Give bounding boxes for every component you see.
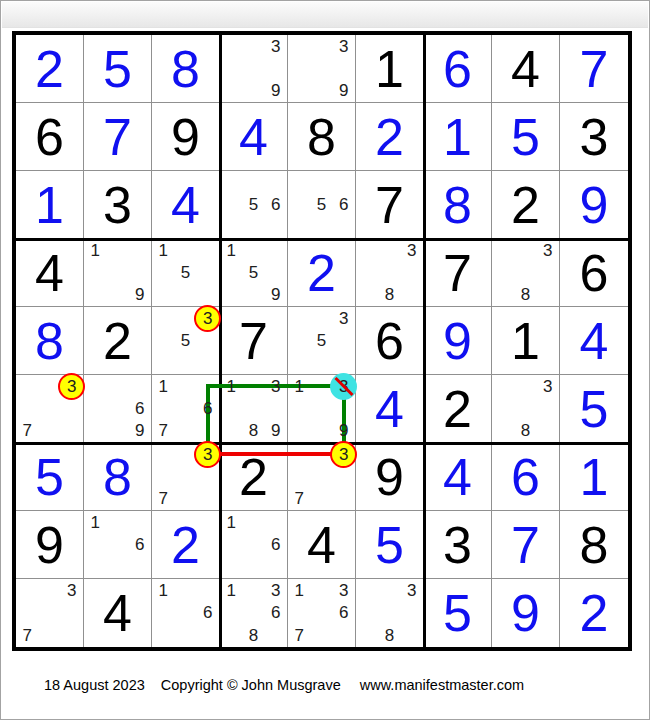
box-divider-vertical-1 (219, 35, 222, 647)
cell-r8c5[interactable]: 4 (288, 511, 356, 579)
cell-r8c1[interactable]: 9 (16, 511, 84, 579)
candidate-9: 9 (339, 422, 348, 439)
given-digit-4: 4 (84, 579, 151, 647)
given-digit-6: 6 (356, 307, 423, 374)
candidate-5: 5 (181, 264, 190, 281)
cell-r5c9[interactable]: 4 (560, 307, 628, 375)
cell-r3c6[interactable]: 7 (356, 171, 424, 239)
cell-r9c6[interactable]: 38 (356, 579, 424, 647)
solved-digit-8: 8 (152, 35, 219, 102)
candidate-9: 9 (339, 82, 348, 99)
cell-r5c8[interactable]: 1 (492, 307, 560, 375)
solved-digit-8: 8 (424, 171, 491, 238)
cell-r1c7[interactable]: 6 (424, 35, 492, 103)
cell-r3c4[interactable]: 56 (220, 171, 288, 239)
solved-digit-5: 5 (492, 103, 559, 170)
cell-r4c3[interactable]: 15 (152, 239, 220, 307)
footer-date: 18 August 2023 (44, 677, 145, 693)
cell-r6c8[interactable]: 38 (492, 375, 560, 443)
candidate-9: 9 (271, 286, 280, 303)
solved-digit-9: 9 (492, 579, 559, 647)
candidate-8: 8 (521, 286, 530, 303)
cell-r2c1[interactable]: 6 (16, 103, 84, 171)
cell-r9c1[interactable]: 37 (16, 579, 84, 647)
candidate-3: 3 (271, 378, 280, 395)
sudoku-board-inner: 2583939164767948215313456567829419151592… (16, 35, 628, 647)
given-digit-2: 2 (492, 171, 559, 238)
given-digit-6: 6 (560, 239, 628, 306)
candidate-6: 6 (135, 536, 144, 553)
cell-r1c4[interactable]: 39 (220, 35, 288, 103)
candidate-6: 6 (203, 400, 212, 417)
cell-r9c2[interactable]: 4 (84, 579, 152, 647)
cell-r4c6[interactable]: 38 (356, 239, 424, 307)
cell-r3c8[interactable]: 2 (492, 171, 560, 239)
given-digit-9: 9 (356, 443, 423, 510)
given-digit-6: 6 (16, 103, 83, 170)
solved-digit-5: 5 (356, 511, 423, 578)
cell-r9c3[interactable]: 16 (152, 579, 220, 647)
candidate-9: 9 (135, 286, 144, 303)
solved-digit-2: 2 (560, 579, 628, 647)
cell-r8c7[interactable]: 3 (424, 511, 492, 579)
pencil-marks: 19 (84, 239, 151, 306)
solved-digit-8: 8 (16, 307, 83, 374)
candidate-1: 1 (226, 582, 235, 599)
solved-digit-2: 2 (288, 239, 355, 306)
cell-r2c2[interactable]: 7 (84, 103, 152, 171)
cell-r8c4[interactable]: 16 (220, 511, 288, 579)
sudoku-board: 2583939164767948215313456567829419151592… (12, 31, 632, 651)
cell-r8c6[interactable]: 5 (356, 511, 424, 579)
pencil-marks: 38 (492, 375, 559, 442)
cell-r4c2[interactable]: 19 (84, 239, 152, 307)
solved-digit-5: 5 (84, 35, 151, 102)
solved-digit-1: 1 (424, 103, 491, 170)
cell-r1c1[interactable]: 2 (16, 35, 84, 103)
given-digit-4: 4 (16, 239, 83, 306)
cell-r5c4[interactable]: 7 (220, 307, 288, 375)
cell-r6c6[interactable]: 4 (356, 375, 424, 443)
given-digit-4: 4 (288, 511, 355, 578)
given-digit-9: 9 (152, 103, 219, 170)
cell-r6c1[interactable]: 37 (16, 375, 84, 443)
cell-r4c7[interactable]: 7 (424, 239, 492, 307)
cell-r1c6[interactable]: 1 (356, 35, 424, 103)
candidate-1: 1 (226, 514, 235, 531)
solved-digit-4: 4 (356, 375, 423, 442)
cell-r8c2[interactable]: 16 (84, 511, 152, 579)
pencil-marks: 16 (220, 511, 287, 578)
candidate-1: 1 (90, 514, 99, 531)
cell-r9c5[interactable]: 1367 (288, 579, 356, 647)
solved-digit-7: 7 (560, 35, 628, 102)
cell-r5c7[interactable]: 9 (424, 307, 492, 375)
solved-digit-7: 7 (84, 103, 151, 170)
cell-r6c7[interactable]: 2 (424, 375, 492, 443)
cell-r5c1[interactable]: 8 (16, 307, 84, 375)
solved-digit-4: 4 (152, 171, 219, 238)
candidate-8: 8 (385, 627, 394, 644)
pencil-marks: 1367 (288, 579, 355, 647)
cell-r1c2[interactable]: 5 (84, 35, 152, 103)
given-digit-2: 2 (84, 307, 151, 374)
solved-digit-4: 4 (424, 443, 491, 510)
pencil-marks: 39 (220, 35, 287, 102)
pencil-marks: 38 (356, 579, 423, 647)
candidate-3: 3 (67, 378, 76, 395)
solved-digit-5: 5 (16, 443, 83, 510)
pencil-marks: 35 (152, 307, 219, 374)
candidate-3: 3 (339, 38, 348, 55)
cell-r9c8[interactable]: 9 (492, 579, 560, 647)
given-digit-2: 2 (424, 375, 491, 442)
candidate-3: 3 (543, 378, 552, 395)
cell-r8c8[interactable]: 7 (492, 511, 560, 579)
candidate-1: 1 (226, 378, 235, 395)
solved-digit-9: 9 (560, 171, 628, 238)
pencil-marks: 38 (492, 239, 559, 306)
solved-digit-5: 5 (560, 375, 628, 442)
pencil-marks: 15 (152, 239, 219, 306)
candidate-7: 7 (22, 627, 31, 644)
candidate-5: 5 (181, 332, 190, 349)
candidate-1: 1 (294, 582, 303, 599)
cell-r1c5[interactable]: 39 (288, 35, 356, 103)
candidate-3: 3 (271, 582, 280, 599)
given-digit-9: 9 (16, 511, 83, 578)
cell-r9c9[interactable]: 2 (560, 579, 628, 647)
cell-r1c8[interactable]: 4 (492, 35, 560, 103)
candidate-6: 6 (339, 604, 348, 621)
candidate-1: 1 (158, 242, 167, 259)
candidate-6: 6 (271, 196, 280, 213)
candidate-5: 5 (249, 196, 258, 213)
candidate-6: 6 (135, 400, 144, 417)
given-digit-1: 1 (492, 307, 559, 374)
solved-digit-7: 7 (492, 511, 559, 578)
cell-r9c4[interactable]: 1368 (220, 579, 288, 647)
cell-r3c9[interactable]: 9 (560, 171, 628, 239)
solved-digit-9: 9 (424, 307, 491, 374)
solved-digit-4: 4 (560, 307, 628, 374)
solved-digit-6: 6 (424, 35, 491, 102)
candidate-9: 9 (135, 422, 144, 439)
cell-r7c3[interactable]: 37 (152, 443, 220, 511)
cell-r3c7[interactable]: 8 (424, 171, 492, 239)
cell-r2c8[interactable]: 5 (492, 103, 560, 171)
candidate-3: 3 (339, 310, 348, 327)
cell-r1c3[interactable]: 8 (152, 35, 220, 103)
candidate-3: 3 (339, 582, 348, 599)
given-digit-8: 8 (288, 103, 355, 170)
cell-r7c7[interactable]: 4 (424, 443, 492, 511)
candidate-5: 5 (317, 332, 326, 349)
cell-r3c3[interactable]: 4 (152, 171, 220, 239)
cell-r4c4[interactable]: 159 (220, 239, 288, 307)
cell-r2c4[interactable]: 4 (220, 103, 288, 171)
cell-r7c9[interactable]: 1 (560, 443, 628, 511)
given-digit-3: 3 (424, 511, 491, 578)
candidate-7: 7 (294, 627, 303, 644)
cell-r6c2[interactable]: 69 (84, 375, 152, 443)
solved-digit-5: 5 (424, 579, 491, 647)
candidate-3: 3 (203, 310, 212, 327)
pencil-marks: 37 (16, 375, 83, 442)
cell-r4c8[interactable]: 38 (492, 239, 560, 307)
cell-r7c2[interactable]: 8 (84, 443, 152, 511)
candidate-3: 3 (67, 582, 76, 599)
cell-r1c9[interactable]: 7 (560, 35, 628, 103)
pencil-marks: 56 (288, 171, 355, 238)
cell-r2c9[interactable]: 3 (560, 103, 628, 171)
cell-r5c2[interactable]: 2 (84, 307, 152, 375)
cell-r3c1[interactable]: 1 (16, 171, 84, 239)
candidate-3: 3 (203, 446, 212, 463)
given-digit-7: 7 (356, 171, 423, 238)
cell-r3c5[interactable]: 56 (288, 171, 356, 239)
given-digit-3: 3 (560, 103, 628, 170)
candidate-3: 3 (543, 242, 552, 259)
candidate-1: 1 (226, 242, 235, 259)
solved-digit-8: 8 (84, 443, 151, 510)
given-digit-1: 1 (356, 35, 423, 102)
candidate-8: 8 (249, 627, 258, 644)
pencil-marks: 1368 (220, 579, 287, 647)
pencil-marks: 37 (16, 579, 83, 647)
candidate-6: 6 (271, 604, 280, 621)
candidate-1: 1 (294, 378, 303, 395)
pencil-marks: 16 (152, 579, 219, 647)
solved-digit-2: 2 (152, 511, 219, 578)
candidate-8: 8 (249, 422, 258, 439)
candidate-3: 3 (271, 38, 280, 55)
given-digit-3: 3 (84, 171, 151, 238)
candidate-1: 1 (90, 242, 99, 259)
given-digit-7: 7 (424, 239, 491, 306)
pencil-marks: 38 (356, 239, 423, 306)
screenshot-page: 2583939164767948215313456567829419151592… (0, 0, 650, 720)
cell-r8c9[interactable]: 8 (560, 511, 628, 579)
candidate-7: 7 (294, 490, 303, 507)
candidate-1: 1 (158, 378, 167, 395)
solved-digit-2: 2 (356, 103, 423, 170)
candidate-6: 6 (339, 196, 348, 213)
candidate-7: 7 (22, 422, 31, 439)
cell-r5c5[interactable]: 35 (288, 307, 356, 375)
sudoku-grid: 2583939164767948215313456567829419151592… (16, 35, 628, 647)
pencil-marks: 56 (220, 171, 287, 238)
candidate-1: 1 (158, 582, 167, 599)
pencil-marks: 16 (84, 511, 151, 578)
box-divider-horizontal-1 (16, 238, 628, 241)
candidate-7: 7 (158, 422, 167, 439)
pencil-marks: 39 (288, 35, 355, 102)
pencil-marks: 35 (288, 307, 355, 374)
footer-website: www.manifestmaster.com (360, 677, 524, 693)
solved-digit-2: 2 (16, 35, 83, 102)
candidate-8: 8 (385, 286, 394, 303)
candidate-5: 5 (317, 196, 326, 213)
candidate-5: 5 (249, 264, 258, 281)
cell-r4c1[interactable]: 4 (16, 239, 84, 307)
pencil-marks: 37 (152, 443, 219, 510)
footer-copyright: Copyright © John Musgrave (161, 677, 341, 693)
box-divider-horizontal-2 (16, 442, 628, 445)
given-digit-7: 7 (220, 307, 287, 374)
solved-digit-1: 1 (16, 171, 83, 238)
cell-r3c2[interactable]: 3 (84, 171, 152, 239)
cell-r6c9[interactable]: 5 (560, 375, 628, 443)
cell-r4c5[interactable]: 2 (288, 239, 356, 307)
cell-r4c9[interactable]: 6 (560, 239, 628, 307)
cell-r2c7[interactable]: 1 (424, 103, 492, 171)
candidate-9: 9 (271, 422, 280, 439)
cell-r7c8[interactable]: 6 (492, 443, 560, 511)
cell-r2c3[interactable]: 9 (152, 103, 220, 171)
cell-r2c6[interactable]: 2 (356, 103, 424, 171)
cell-r5c3[interactable]: 35 (152, 307, 220, 375)
candidate-7: 7 (158, 490, 167, 507)
cell-r2c5[interactable]: 8 (288, 103, 356, 171)
window-chrome-strip (2, 2, 648, 28)
pencil-marks: 159 (220, 239, 287, 306)
candidate-3: 3 (407, 242, 416, 259)
solved-digit-1: 1 (560, 443, 628, 510)
given-digit-8: 8 (560, 511, 628, 578)
cell-r7c1[interactable]: 5 (16, 443, 84, 511)
candidate-6: 6 (271, 536, 280, 553)
candidate-8: 8 (521, 422, 530, 439)
candidate-3: 3 (339, 446, 348, 463)
candidate-6: 6 (203, 604, 212, 621)
candidate-3: 3 (407, 582, 416, 599)
cell-r5c6[interactable]: 6 (356, 307, 424, 375)
candidate-9: 9 (271, 82, 280, 99)
chain-line-red-3 (208, 452, 344, 456)
cell-r7c6[interactable]: 9 (356, 443, 424, 511)
given-digit-4: 4 (492, 35, 559, 102)
footer: 18 August 2023Copyright © John Musgravew… (44, 677, 524, 693)
cell-r8c3[interactable]: 2 (152, 511, 220, 579)
solved-digit-4: 4 (220, 103, 287, 170)
box-divider-vertical-2 (423, 35, 426, 647)
solved-digit-6: 6 (492, 443, 559, 510)
pencil-marks: 69 (84, 375, 151, 442)
cell-r9c7[interactable]: 5 (424, 579, 492, 647)
